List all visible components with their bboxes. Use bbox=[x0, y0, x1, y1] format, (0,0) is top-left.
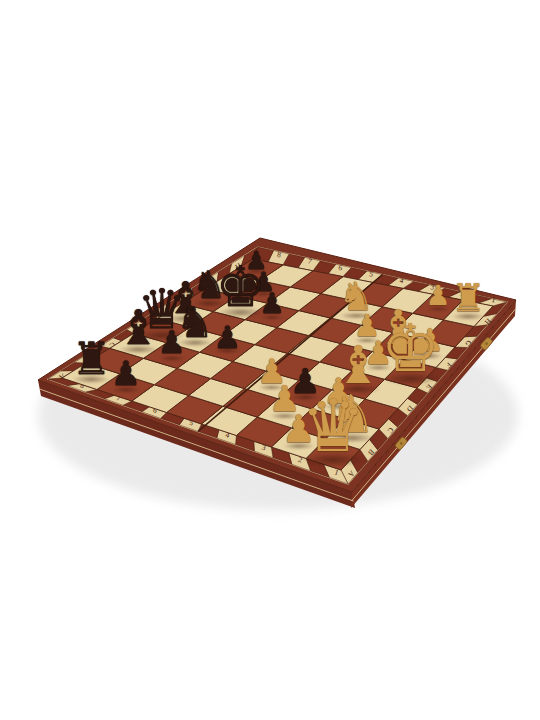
chess-board: ABCDEFGH12345678ABCDEFGH12345678 bbox=[0, 0, 540, 720]
chess-set-photo: ABCDEFGH12345678ABCDEFGH12345678 ♟♟♞♟♚♞♜… bbox=[0, 0, 540, 720]
